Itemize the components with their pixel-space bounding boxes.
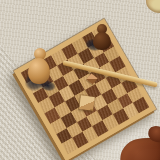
wooden-cube-large bbox=[79, 95, 95, 111]
white-pawn bbox=[28, 48, 50, 84]
photo-scene bbox=[0, 0, 160, 160]
black-pawn-body bbox=[93, 32, 111, 50]
white-pawn-body bbox=[28, 58, 50, 84]
black-pawn bbox=[93, 24, 111, 50]
wooden-object-edge bbox=[146, 0, 160, 13]
